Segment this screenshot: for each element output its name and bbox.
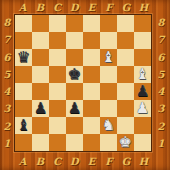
- piece-white-pawn[interactable]: ♟: [134, 100, 151, 117]
- file-labels-top: ABCDEFGH: [14, 0, 152, 14]
- square-a6[interactable]: ♛: [15, 49, 32, 66]
- square-d8[interactable]: [66, 15, 83, 32]
- coord-file-g: G: [118, 152, 135, 170]
- coord-file-a: A: [14, 0, 31, 14]
- coord-rank-6: 6: [0, 49, 14, 66]
- coord-rank-3: 3: [0, 100, 14, 117]
- piece-white-knight[interactable]: ♞: [100, 117, 117, 134]
- square-b1[interactable]: [32, 134, 49, 151]
- coord-rank-1: 1: [152, 135, 170, 152]
- square-c6[interactable]: [49, 49, 66, 66]
- piece-black-pawn[interactable]: ♟: [32, 100, 49, 117]
- square-c1[interactable]: [49, 134, 66, 151]
- coord-file-e: E: [83, 152, 100, 170]
- square-g2[interactable]: [117, 117, 134, 134]
- square-g1[interactable]: ♚: [117, 134, 134, 151]
- coord-file-f: F: [100, 152, 117, 170]
- square-e6[interactable]: [83, 49, 100, 66]
- rank-labels-left: 87654321: [0, 14, 14, 152]
- coord-file-a: A: [14, 152, 31, 170]
- square-e5[interactable]: [83, 66, 100, 83]
- square-g7[interactable]: [117, 32, 134, 49]
- square-h8[interactable]: [134, 15, 151, 32]
- square-f2[interactable]: ♞: [100, 117, 117, 134]
- square-a7[interactable]: [15, 32, 32, 49]
- square-h4[interactable]: ♟: [134, 83, 151, 100]
- square-b2[interactable]: [32, 117, 49, 134]
- square-g6[interactable]: [117, 49, 134, 66]
- coord-file-e: E: [83, 0, 100, 14]
- square-h6[interactable]: [134, 49, 151, 66]
- coord-rank-1: 1: [0, 135, 14, 152]
- square-c4[interactable]: [49, 83, 66, 100]
- piece-white-bishop[interactable]: ♝: [134, 66, 151, 83]
- square-e2[interactable]: [83, 117, 100, 134]
- coord-file-c: C: [49, 152, 66, 170]
- square-g3[interactable]: [117, 100, 134, 117]
- square-f5[interactable]: [100, 66, 117, 83]
- square-b4[interactable]: [32, 83, 49, 100]
- file-labels-bottom: ABCDEFGH: [14, 152, 152, 170]
- chess-board-frame: ABCDEFGH 87654321 87654321 ABCDEFGH ♛♝♚♝…: [0, 0, 170, 170]
- coord-rank-8: 8: [0, 14, 14, 31]
- square-f4[interactable]: [100, 83, 117, 100]
- square-a4[interactable]: [15, 83, 32, 100]
- piece-black-bishop[interactable]: ♝: [15, 117, 32, 134]
- chess-board: ♛♝♚♝♟♟♟♟♝♞♚: [14, 14, 152, 152]
- coord-file-d: D: [66, 0, 83, 14]
- square-c7[interactable]: [49, 32, 66, 49]
- square-b8[interactable]: [32, 15, 49, 32]
- coord-rank-4: 4: [0, 83, 14, 100]
- square-h2[interactable]: [134, 117, 151, 134]
- square-d3[interactable]: ♟: [66, 100, 83, 117]
- piece-white-king[interactable]: ♚: [117, 134, 134, 151]
- square-a8[interactable]: [15, 15, 32, 32]
- square-d6[interactable]: [66, 49, 83, 66]
- square-c3[interactable]: [49, 100, 66, 117]
- coord-rank-2: 2: [0, 118, 14, 135]
- square-f6[interactable]: ♝: [100, 49, 117, 66]
- coord-file-b: B: [31, 0, 48, 14]
- square-e8[interactable]: [83, 15, 100, 32]
- square-e3[interactable]: [83, 100, 100, 117]
- coord-rank-7: 7: [152, 31, 170, 48]
- piece-black-pawn[interactable]: ♟: [134, 83, 151, 100]
- square-b3[interactable]: ♟: [32, 100, 49, 117]
- coord-rank-6: 6: [152, 49, 170, 66]
- square-d1[interactable]: [66, 134, 83, 151]
- coord-file-d: D: [66, 152, 83, 170]
- coord-file-f: F: [100, 0, 117, 14]
- square-d7[interactable]: [66, 32, 83, 49]
- piece-black-queen[interactable]: ♛: [15, 49, 32, 66]
- square-a3[interactable]: [15, 100, 32, 117]
- square-d2[interactable]: [66, 117, 83, 134]
- square-f3[interactable]: [100, 100, 117, 117]
- square-d4[interactable]: [66, 83, 83, 100]
- coord-file-g: G: [118, 0, 135, 14]
- coord-file-h: H: [135, 0, 152, 14]
- coord-rank-5: 5: [152, 66, 170, 83]
- square-e4[interactable]: [83, 83, 100, 100]
- square-b7[interactable]: [32, 32, 49, 49]
- coord-file-c: C: [49, 0, 66, 14]
- piece-black-king[interactable]: ♚: [66, 66, 83, 83]
- square-a2[interactable]: ♝: [15, 117, 32, 134]
- coord-file-h: H: [135, 152, 152, 170]
- square-f7[interactable]: [100, 32, 117, 49]
- square-e1[interactable]: [83, 134, 100, 151]
- square-h3[interactable]: ♟: [134, 100, 151, 117]
- square-f8[interactable]: [100, 15, 117, 32]
- rank-labels-right: 87654321: [152, 14, 170, 152]
- coord-rank-4: 4: [152, 83, 170, 100]
- square-b6[interactable]: [32, 49, 49, 66]
- square-g5[interactable]: [117, 66, 134, 83]
- square-e7[interactable]: [83, 32, 100, 49]
- square-a1[interactable]: [15, 134, 32, 151]
- square-b5[interactable]: [32, 66, 49, 83]
- coord-rank-8: 8: [152, 14, 170, 31]
- square-c5[interactable]: [49, 66, 66, 83]
- piece-black-pawn[interactable]: ♟: [66, 100, 83, 117]
- coord-rank-7: 7: [0, 31, 14, 48]
- piece-white-bishop[interactable]: ♝: [100, 49, 117, 66]
- square-h1[interactable]: [134, 134, 151, 151]
- square-h7[interactable]: [134, 32, 151, 49]
- square-d5[interactable]: ♚: [66, 66, 83, 83]
- square-g8[interactable]: [117, 15, 134, 32]
- square-g4[interactable]: [117, 83, 134, 100]
- coord-rank-2: 2: [152, 118, 170, 135]
- square-c8[interactable]: [49, 15, 66, 32]
- square-a5[interactable]: [15, 66, 32, 83]
- square-f1[interactable]: [100, 134, 117, 151]
- coord-rank-5: 5: [0, 66, 14, 83]
- square-h5[interactable]: ♝: [134, 66, 151, 83]
- coord-file-b: B: [31, 152, 48, 170]
- coord-rank-3: 3: [152, 100, 170, 117]
- square-c2[interactable]: [49, 117, 66, 134]
